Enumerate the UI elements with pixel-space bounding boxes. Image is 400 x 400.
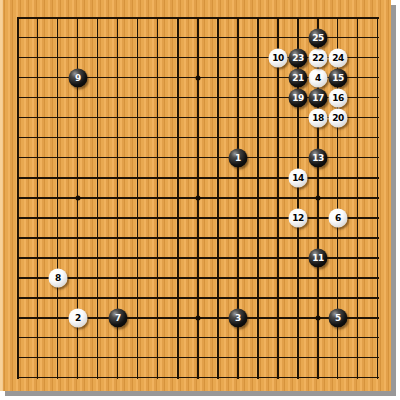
stone-move-2-white: 2 — [69, 309, 88, 328]
stone-move-number: 15 — [332, 74, 344, 83]
stone-move-number: 8 — [55, 274, 61, 283]
stone-move-18-white: 18 — [309, 109, 328, 128]
stone-move-number: 9 — [75, 74, 81, 83]
stone-move-13-black: 13 — [309, 149, 328, 168]
stone-move-21-black: 21 — [289, 69, 308, 88]
stone-move-number: 12 — [292, 214, 304, 223]
stone-move-23-black: 23 — [289, 49, 308, 68]
stone-move-17-black: 17 — [309, 89, 328, 108]
stone-move-number: 10 — [272, 54, 284, 63]
stone-move-3-black: 3 — [229, 309, 248, 328]
stone-move-number: 2 — [75, 314, 81, 323]
stone-move-number: 17 — [312, 94, 324, 103]
star-point — [196, 316, 201, 321]
stone-move-number: 21 — [292, 74, 304, 83]
stone-move-number: 11 — [312, 254, 324, 263]
stone-move-19-black: 19 — [289, 89, 308, 108]
stone-move-number: 16 — [332, 94, 344, 103]
stone-move-number: 24 — [332, 54, 344, 63]
star-point — [196, 196, 201, 201]
star-point — [196, 76, 201, 81]
stone-move-number: 6 — [335, 214, 341, 223]
stone-move-12-white: 12 — [289, 209, 308, 228]
stone-move-1-black: 1 — [229, 149, 248, 168]
stone-move-number: 14 — [292, 174, 304, 183]
stone-move-number: 23 — [292, 54, 304, 63]
stone-move-number: 19 — [292, 94, 304, 103]
stone-move-number: 13 — [312, 154, 324, 163]
stone-move-25-black: 25 — [309, 29, 328, 48]
stone-move-24-white: 24 — [329, 49, 348, 68]
stone-move-number: 1 — [235, 154, 241, 163]
star-point — [76, 196, 81, 201]
stone-move-16-white: 16 — [329, 89, 348, 108]
stone-move-9-black: 9 — [69, 69, 88, 88]
stone-move-number: 3 — [235, 314, 241, 323]
stone-move-8-white: 8 — [49, 269, 68, 288]
stone-move-4-white: 4 — [309, 69, 328, 88]
stone-move-number: 4 — [315, 74, 321, 83]
stone-move-22-white: 22 — [309, 49, 328, 68]
stone-move-number: 22 — [312, 54, 324, 63]
stone-move-number: 5 — [335, 314, 341, 323]
stone-move-11-black: 11 — [309, 249, 328, 268]
stone-move-10-white: 10 — [269, 49, 288, 68]
star-point — [316, 316, 321, 321]
stone-move-number: 18 — [312, 114, 324, 123]
stone-move-6-white: 6 — [329, 209, 348, 228]
stone-move-number: 7 — [115, 314, 121, 323]
go-board[interactable]: 1234567891011121314151617181920212223242… — [0, 0, 391, 391]
stone-move-7-black: 7 — [109, 309, 128, 328]
stone-move-number: 20 — [332, 114, 344, 123]
stone-move-5-black: 5 — [329, 309, 348, 328]
stone-move-14-white: 14 — [289, 169, 308, 188]
stone-move-20-white: 20 — [329, 109, 348, 128]
go-diagram-page: 1234567891011121314151617181920212223242… — [0, 0, 400, 400]
star-point — [316, 196, 321, 201]
stone-move-15-black: 15 — [329, 69, 348, 88]
stone-move-number: 25 — [312, 34, 324, 43]
